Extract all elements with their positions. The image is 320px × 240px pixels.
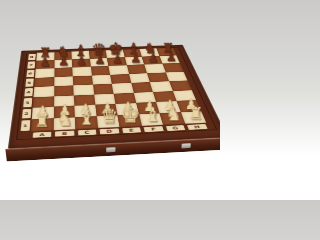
white-queen[interactable]: ♛ bbox=[98, 107, 120, 127]
white-knight[interactable]: ♞ bbox=[163, 106, 185, 124]
file-label-f: F bbox=[143, 126, 163, 132]
square-g5[interactable] bbox=[147, 72, 169, 82]
square-a1[interactable]: ♜ bbox=[31, 118, 54, 131]
square-h5[interactable] bbox=[165, 72, 187, 82]
file-label-c: C bbox=[77, 129, 96, 135]
square-d5[interactable] bbox=[91, 75, 111, 85]
square-f1[interactable]: ♝ bbox=[139, 113, 164, 126]
file-label-d: D bbox=[99, 128, 119, 134]
rank-label-5: 5 bbox=[25, 78, 34, 86]
black-pawn[interactable]: ♟ bbox=[108, 53, 126, 65]
photo-scene: 8♜♞♝♛♚♝♞♜7♟♟♟♟♟♟♟♟65432♟♟♟♟♟♟♟♟1♜♞♝♛♚♝♞♜… bbox=[0, 0, 220, 200]
black-pawn[interactable]: ♟ bbox=[72, 55, 90, 67]
square-a5[interactable] bbox=[34, 77, 54, 87]
square-b1[interactable]: ♞ bbox=[53, 117, 75, 130]
square-e7[interactable]: ♟ bbox=[107, 57, 126, 66]
square-f4[interactable] bbox=[131, 82, 153, 93]
rank-label-2: 2 bbox=[21, 109, 31, 119]
metal-clasp-icon bbox=[106, 147, 115, 152]
file-label-b: B bbox=[55, 130, 74, 136]
black-pawn[interactable]: ♟ bbox=[36, 56, 54, 68]
black-pawn[interactable]: ♟ bbox=[126, 52, 144, 64]
white-rook[interactable]: ♜ bbox=[31, 113, 53, 130]
board-frame: 8♜♞♝♛♚♝♞♜7♟♟♟♟♟♟♟♟65432♟♟♟♟♟♟♟♟1♜♞♝♛♚♝♞♜… bbox=[8, 45, 220, 149]
white-bishop[interactable]: ♝ bbox=[141, 106, 163, 125]
square-h7[interactable]: ♟ bbox=[159, 55, 180, 64]
white-bishop[interactable]: ♝ bbox=[76, 109, 98, 128]
square-c1[interactable]: ♝ bbox=[75, 116, 98, 129]
square-e1[interactable]: ♚ bbox=[117, 114, 141, 127]
box-front-face bbox=[5, 137, 220, 161]
file-label-e: E bbox=[122, 127, 142, 133]
square-b7[interactable]: ♟ bbox=[54, 59, 72, 68]
black-pawn[interactable]: ♟ bbox=[54, 55, 72, 67]
rank-label-8: 8 bbox=[28, 53, 36, 60]
black-pawn[interactable]: ♟ bbox=[144, 52, 162, 64]
rank-label-7: 7 bbox=[27, 61, 35, 68]
square-d7[interactable]: ♟ bbox=[89, 58, 108, 67]
file-label-g: G bbox=[165, 125, 185, 131]
white-rook[interactable]: ♜ bbox=[184, 106, 206, 123]
chess-board: 8♜♞♝♛♚♝♞♜7♟♟♟♟♟♟♟♟65432♟♟♟♟♟♟♟♟1♜♞♝♛♚♝♞♜… bbox=[8, 45, 220, 149]
frame-corner bbox=[17, 131, 31, 139]
chess-board-grid: 8♜♞♝♛♚♝♞♜7♟♟♟♟♟♟♟♟65432♟♟♟♟♟♟♟♟1♜♞♝♛♚♝♞♜… bbox=[17, 47, 216, 139]
square-a6[interactable] bbox=[35, 68, 54, 78]
rank-label-3: 3 bbox=[23, 98, 32, 107]
rank-label-6: 6 bbox=[26, 70, 34, 78]
file-label-a: A bbox=[32, 131, 51, 137]
square-a7[interactable]: ♟ bbox=[36, 60, 54, 69]
metal-clasp-icon bbox=[181, 143, 191, 148]
square-c7[interactable]: ♟ bbox=[72, 59, 91, 68]
white-king[interactable]: ♚ bbox=[119, 104, 141, 125]
square-d1[interactable]: ♛ bbox=[96, 115, 119, 128]
square-f7[interactable]: ♟ bbox=[124, 57, 144, 66]
black-pawn[interactable]: ♟ bbox=[162, 51, 180, 63]
square-h6[interactable] bbox=[162, 63, 183, 72]
rank-label-1: 1 bbox=[20, 120, 30, 131]
white-knight[interactable]: ♞ bbox=[53, 111, 75, 129]
rank-label-4: 4 bbox=[24, 88, 33, 97]
black-pawn[interactable]: ♟ bbox=[90, 54, 108, 66]
square-h4[interactable] bbox=[169, 80, 192, 90]
square-g7[interactable]: ♟ bbox=[142, 56, 162, 65]
file-label-h: H bbox=[187, 124, 207, 130]
